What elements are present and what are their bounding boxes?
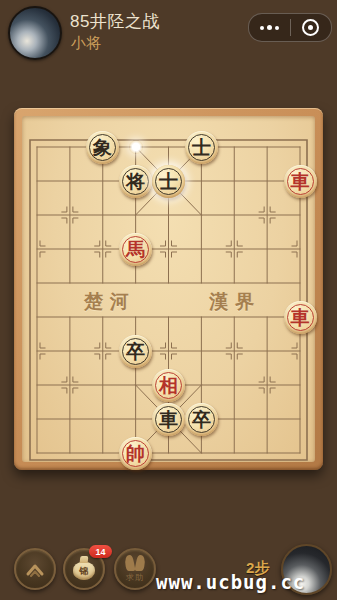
level-rank-label: 小将 — [71, 34, 101, 53]
hint-bag-icon: 锦 — [73, 562, 95, 580]
piece-red-馬[interactable]: 馬 — [119, 233, 152, 266]
ask-help-button[interactable]: 求助 — [114, 548, 156, 590]
piece-black-士[interactable]: 士 — [185, 131, 218, 164]
level-title: 85井陉之战 — [70, 10, 160, 33]
last-move-origin-marker — [129, 140, 143, 154]
target-close-icon — [302, 19, 319, 36]
help-label: 求助 — [126, 572, 144, 583]
watermark-text: www.ucbug.cc — [156, 571, 305, 593]
chevron-up-icon — [24, 561, 46, 577]
piece-black-卒[interactable]: 卒 — [119, 335, 152, 368]
miniprogram-capsule — [248, 13, 332, 42]
piece-red-車[interactable]: 車 — [284, 301, 317, 334]
hint-count-badge: 14 — [89, 545, 112, 558]
praying-hands-icon — [124, 555, 146, 571]
hint-bag-button[interactable]: 锦 14 — [63, 548, 105, 590]
more-menu-button[interactable] — [249, 14, 290, 41]
piece-black-車[interactable]: 車 — [152, 403, 185, 436]
piece-red-車[interactable]: 車 — [284, 165, 317, 198]
expand-menu-button[interactable] — [14, 548, 56, 590]
piece-black-士[interactable]: 士 — [152, 165, 185, 198]
piece-black-卒[interactable]: 卒 — [185, 403, 218, 436]
piece-black-将[interactable]: 将 — [119, 165, 152, 198]
more-dots-icon — [260, 25, 279, 30]
xiangqi-board[interactable]: 楚河 漢界 象士将士車馬車卒相車卒帥 — [14, 108, 323, 470]
hint-bag-char: 锦 — [80, 565, 89, 578]
xiangqi-app: { "game": "xiangqi", "header": { "title"… — [0, 0, 337, 600]
pieces-layer: 象士将士車馬車卒相車卒帥 — [21, 130, 317, 470]
piece-red-相[interactable]: 相 — [152, 369, 185, 402]
close-button[interactable] — [291, 14, 332, 41]
piece-red-帥[interactable]: 帥 — [119, 437, 152, 470]
header: 85井陉之战 小将 — [0, 0, 337, 66]
piece-black-象[interactable]: 象 — [86, 131, 119, 164]
player-avatar[interactable] — [8, 6, 62, 60]
